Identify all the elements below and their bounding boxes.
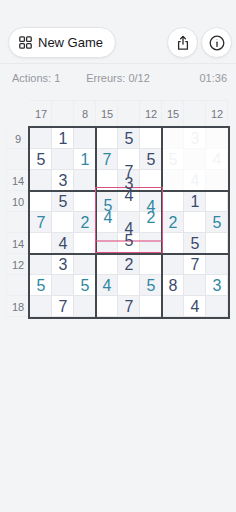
cell-digit: 7 [191,257,200,273]
cell-r2c6[interactable]: 5 [140,149,162,170]
cell-digit: 2 [81,215,90,231]
cell-r2c1[interactable]: 5 [30,149,52,170]
floating-digit-9: 5 [125,233,134,249]
cell-r5c9[interactable]: 5 [206,212,228,233]
cell-digit: 3 [59,257,68,273]
row-sum-clues: 91410141218 [6,128,29,317]
cell-r1c5[interactable]: 5 [118,128,140,149]
cell-r6c2[interactable]: 4 [52,233,74,254]
cell-r8c5[interactable] [118,275,140,296]
cell-r9c2[interactable]: 7 [52,296,74,317]
cell-r4c1[interactable] [30,191,52,212]
cell-r7c1[interactable] [30,254,52,275]
column-clue-6: 12 [140,101,162,127]
cell-r5c2[interactable] [52,212,74,233]
errors-counter: Erreurs: 0/12 [86,72,150,84]
column-clue-7: 15 [162,101,184,127]
cell-r2c3[interactable]: 1 [74,149,96,170]
cell-r1c1[interactable] [30,128,52,149]
cell-digit: 5 [59,194,68,210]
cell-digit: 5 [213,215,222,231]
row-clue-8 [7,275,29,296]
cell-r6c7[interactable] [162,233,184,254]
floating-digit-5: 4 [104,210,113,226]
column-clue-9: 12 [206,101,228,127]
cell-r8c3[interactable]: 5 [74,275,96,296]
cell-digit: 3 [59,173,68,189]
cell-r1c2[interactable]: 1 [52,128,74,149]
cell-r2c2[interactable] [52,149,74,170]
cell-digit: 1 [81,152,90,168]
cell-digit: 4 [59,236,68,252]
cell-digit: 5 [81,278,90,294]
cell-r9c5[interactable]: 7 [118,296,140,317]
status-bar: Actions: 1 Erreurs: 0/12 01:36 [0,72,236,86]
share-icon [174,34,192,52]
faded-box-overlay [162,128,228,191]
cell-r5c1[interactable]: 7 [30,212,52,233]
timer: 01:36 [199,72,227,84]
cell-r9c8[interactable]: 4 [184,296,206,317]
row-clue-1: 9 [7,128,29,149]
cell-digit: 5 [191,236,200,252]
cell-r9c9[interactable] [206,296,228,317]
column-sum-clues: 17815121512 [30,100,228,127]
toolbar-divider [0,63,236,64]
app-screen: New Game Actions: 1 Erreurs: 0/12 01:36 … [0,0,236,512]
cell-digit: 1 [59,131,68,147]
cell-r9c4[interactable] [96,296,118,317]
row-clue-2 [7,149,29,170]
cell-r7c8[interactable]: 7 [184,254,206,275]
cell-digit: 5 [147,278,156,294]
actions-counter: Actions: 1 [12,72,60,84]
cell-digit: 4 [191,299,200,315]
cell-digit: 7 [37,215,46,231]
cell-digit: 2 [125,257,134,273]
column-clue-2 [52,101,74,127]
cell-r1c4[interactable] [96,128,118,149]
cell-digit: 5 [37,152,46,168]
cell-r5c8[interactable] [184,212,206,233]
info-button[interactable] [201,27,232,58]
cell-r7c5[interactable]: 2 [118,254,140,275]
cell-r7c4[interactable] [96,254,118,275]
cell-r8c6[interactable]: 5 [140,275,162,296]
row-clue-6: 14 [7,233,29,254]
cell-r4c7[interactable] [162,191,184,212]
cell-r4c8[interactable]: 1 [184,191,206,212]
cell-digit: 1 [191,194,200,210]
box-border-horizontal-2 [30,253,228,255]
column-clue-3: 8 [74,101,96,127]
cell-r2c4[interactable]: 7 [96,149,118,170]
cell-digit: 7 [125,299,134,315]
board: 1535175543451722545327554583774 73454424… [28,126,230,319]
column-clue-5 [118,101,140,127]
cell-digit: 8 [169,278,178,294]
cell-r8c8[interactable] [184,275,206,296]
cell-r7c7[interactable] [162,254,184,275]
cell-r4c3[interactable] [74,191,96,212]
cell-r8c1[interactable]: 5 [30,275,52,296]
cell-digit: 4 [103,278,112,294]
cell-digit: 5 [147,152,156,168]
cell-r5c7[interactable]: 2 [162,212,184,233]
cell-r8c4[interactable]: 4 [96,275,118,296]
cell-r9c1[interactable] [30,296,52,317]
cell-r6c1[interactable] [30,233,52,254]
cell-r1c6[interactable] [140,128,162,149]
row-clue-4: 10 [7,191,29,212]
new-game-grid-icon [19,36,32,49]
cell-r3c2[interactable]: 3 [52,170,74,191]
cell-r3c1[interactable] [30,170,52,191]
cell-r7c9[interactable] [206,254,228,275]
cell-r1c3[interactable] [74,128,96,149]
cell-digit: 3 [213,278,222,294]
cell-r4c9[interactable] [206,191,228,212]
row-clue-7: 12 [7,254,29,275]
cell-digit: 7 [103,152,112,168]
cell-r5c3[interactable]: 2 [74,212,96,233]
cell-r4c2[interactable]: 5 [52,191,74,212]
row-clue-9: 18 [7,296,29,317]
cell-r6c9[interactable] [206,233,228,254]
share-button[interactable] [167,27,198,58]
cell-r7c6[interactable] [140,254,162,275]
column-clue-4: 15 [96,101,118,127]
column-clue-1: 17 [30,101,52,127]
floating-digit-3: 4 [125,188,134,204]
cell-r8c9[interactable]: 3 [206,275,228,296]
new-game-button[interactable]: New Game [8,27,116,58]
column-clue-8 [184,101,206,127]
info-icon [208,34,226,52]
cell-r9c6[interactable] [140,296,162,317]
cell-r3c3[interactable] [74,170,96,191]
cell-r8c7[interactable]: 8 [162,275,184,296]
cell-r9c3[interactable] [74,296,96,317]
new-game-label: New Game [38,35,103,50]
row-clue-3: 14 [7,170,29,191]
cell-r6c3[interactable] [74,233,96,254]
cell-r9c7[interactable] [162,296,184,317]
cell-digit: 5 [37,278,46,294]
cell-digit: 7 [59,299,68,315]
cell-r6c8[interactable]: 5 [184,233,206,254]
row-clue-5 [7,212,29,233]
cell-r7c3[interactable] [74,254,96,275]
cell-r7c2[interactable]: 3 [52,254,74,275]
cell-r8c2[interactable] [52,275,74,296]
cell-digit: 2 [169,215,178,231]
cell-digit: 5 [125,131,134,147]
floating-digit-7: 2 [147,210,156,226]
